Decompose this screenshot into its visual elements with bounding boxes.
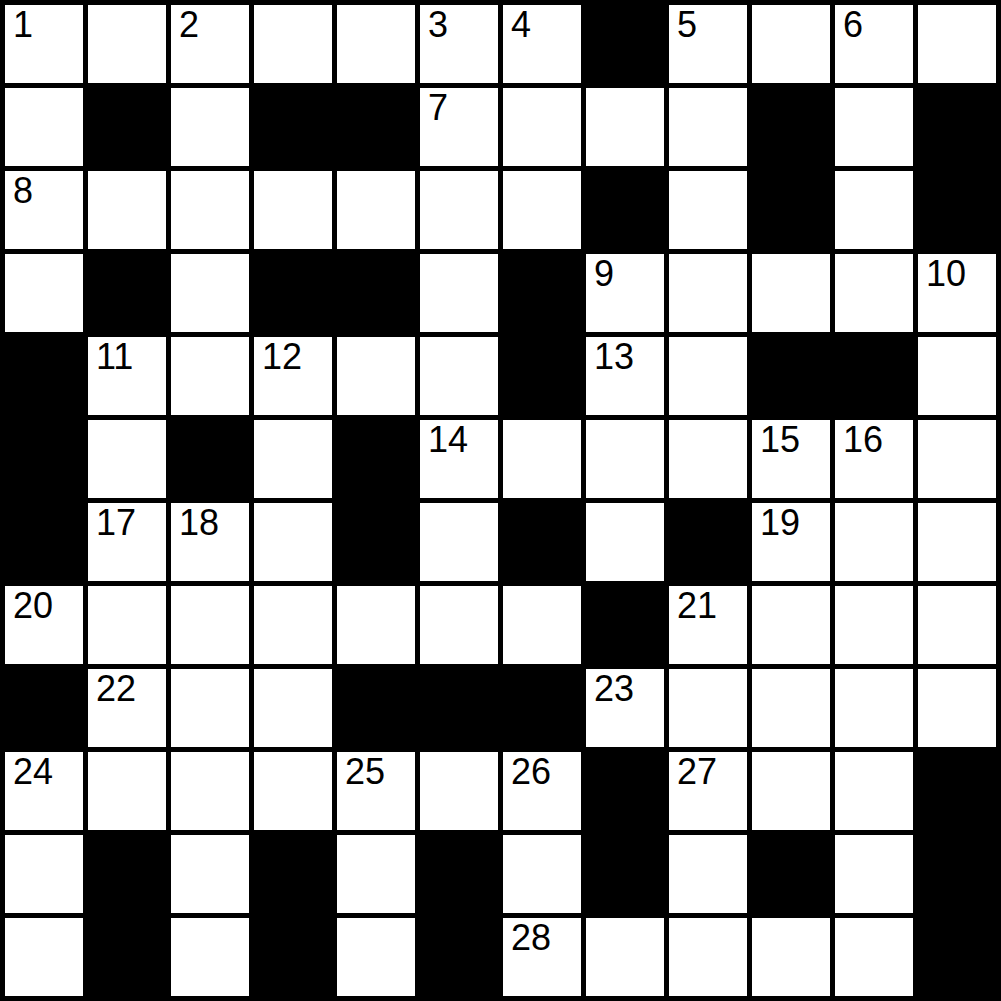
- clue-number: 19: [760, 505, 800, 541]
- black-cell-r5c4: [337, 420, 415, 498]
- clue-number: 9: [594, 256, 614, 292]
- white-cell-r5c11[interactable]: [918, 420, 996, 498]
- white-cell-r1c6[interactable]: [503, 88, 581, 166]
- black-cell-r2c7: [586, 171, 664, 249]
- white-cell-r6c11[interactable]: [918, 503, 996, 581]
- black-cell-r1c11: [918, 88, 996, 166]
- black-cell-r9c11: [918, 752, 996, 830]
- black-cell-r7c7: [586, 586, 664, 664]
- white-cell-r3c5[interactable]: [420, 254, 498, 332]
- clue-number: 25: [345, 754, 385, 790]
- white-cell-r3c8[interactable]: [669, 254, 747, 332]
- black-cell-r10c3: [254, 835, 332, 913]
- white-cell-r3c9[interactable]: [752, 254, 830, 332]
- white-cell-r10c10[interactable]: [835, 835, 913, 913]
- clue-number: 24: [13, 754, 53, 790]
- white-cell-r5c9[interactable]: 15: [752, 420, 830, 498]
- white-cell-r9c10[interactable]: [835, 752, 913, 830]
- white-cell-r11c7[interactable]: [586, 918, 664, 996]
- white-cell-r0c5[interactable]: 3: [420, 5, 498, 83]
- black-cell-r9c7: [586, 752, 664, 830]
- white-cell-r3c2[interactable]: [171, 254, 249, 332]
- white-cell-r1c10[interactable]: [835, 88, 913, 166]
- clue-number: 22: [96, 671, 136, 707]
- white-cell-r5c3[interactable]: [254, 420, 332, 498]
- black-cell-r8c6: [503, 669, 581, 747]
- clue-number: 4: [511, 7, 531, 43]
- white-cell-r6c9[interactable]: 19: [752, 503, 830, 581]
- white-cell-r7c6[interactable]: [503, 586, 581, 664]
- black-cell-r6c0: [5, 503, 83, 581]
- clue-number: 12: [262, 339, 302, 375]
- white-cell-r1c8[interactable]: [669, 88, 747, 166]
- black-cell-r11c5: [420, 918, 498, 996]
- white-cell-r0c3[interactable]: [254, 5, 332, 83]
- clue-number: 10: [926, 256, 966, 292]
- white-cell-r11c9[interactable]: [752, 918, 830, 996]
- black-cell-r1c3: [254, 88, 332, 166]
- white-cell-r8c8[interactable]: [669, 669, 747, 747]
- clue-number: 11: [96, 339, 133, 375]
- white-cell-r10c0[interactable]: [5, 835, 83, 913]
- white-cell-r7c0[interactable]: 20: [5, 586, 83, 664]
- white-cell-r5c8[interactable]: [669, 420, 747, 498]
- clue-number: 21: [677, 588, 717, 624]
- white-cell-r8c1[interactable]: 22: [88, 669, 166, 747]
- clue-number: 26: [511, 754, 551, 790]
- black-cell-r4c9: [752, 337, 830, 415]
- clue-number: 15: [760, 422, 800, 458]
- white-cell-r5c1[interactable]: [88, 420, 166, 498]
- black-cell-r4c0: [5, 337, 83, 415]
- black-cell-r8c4: [337, 669, 415, 747]
- white-cell-r8c11[interactable]: [918, 669, 996, 747]
- white-cell-r0c11[interactable]: [918, 5, 996, 83]
- white-cell-r10c4[interactable]: [337, 835, 415, 913]
- clue-number: 17: [96, 505, 136, 541]
- white-cell-r2c4[interactable]: [337, 171, 415, 249]
- white-cell-r2c0[interactable]: 8: [5, 171, 83, 249]
- white-cell-r7c2[interactable]: [171, 586, 249, 664]
- white-cell-r6c2[interactable]: 18: [171, 503, 249, 581]
- black-cell-r8c5: [420, 669, 498, 747]
- clue-number: 6: [843, 7, 863, 43]
- black-cell-r10c9: [752, 835, 830, 913]
- black-cell-r6c6: [503, 503, 581, 581]
- black-cell-r11c3: [254, 918, 332, 996]
- white-cell-r1c5[interactable]: 7: [420, 88, 498, 166]
- black-cell-r11c1: [88, 918, 166, 996]
- black-cell-r3c1: [88, 254, 166, 332]
- white-cell-r8c7[interactable]: 23: [586, 669, 664, 747]
- white-cell-r9c5[interactable]: [420, 752, 498, 830]
- clue-number: 13: [594, 339, 634, 375]
- clue-number: 16: [843, 422, 883, 458]
- clue-number: 27: [677, 754, 717, 790]
- black-cell-r3c4: [337, 254, 415, 332]
- white-cell-r1c2[interactable]: [171, 88, 249, 166]
- white-cell-r3c7[interactable]: 9: [586, 254, 664, 332]
- clue-number: 20: [13, 588, 53, 624]
- white-cell-r2c10[interactable]: [835, 171, 913, 249]
- clue-number: 2: [179, 7, 199, 43]
- white-cell-r4c4[interactable]: [337, 337, 415, 415]
- white-cell-r7c1[interactable]: [88, 586, 166, 664]
- white-cell-r0c0[interactable]: 1: [5, 5, 83, 83]
- white-cell-r4c2[interactable]: [171, 337, 249, 415]
- white-cell-r1c7[interactable]: [586, 88, 664, 166]
- white-cell-r8c10[interactable]: [835, 669, 913, 747]
- white-cell-r5c7[interactable]: [586, 420, 664, 498]
- white-cell-r6c5[interactable]: [420, 503, 498, 581]
- black-cell-r8c0: [5, 669, 83, 747]
- white-cell-r2c6[interactable]: [503, 171, 581, 249]
- clue-number: 5: [677, 7, 697, 43]
- black-cell-r2c9: [752, 171, 830, 249]
- black-cell-r3c3: [254, 254, 332, 332]
- black-cell-r2c11: [918, 171, 996, 249]
- white-cell-r11c2[interactable]: [171, 918, 249, 996]
- black-cell-r10c5: [420, 835, 498, 913]
- white-cell-r6c7[interactable]: [586, 503, 664, 581]
- black-cell-r1c1: [88, 88, 166, 166]
- clue-number: 14: [428, 422, 468, 458]
- white-cell-r9c0[interactable]: 24: [5, 752, 83, 830]
- white-cell-r6c1[interactable]: 17: [88, 503, 166, 581]
- black-cell-r5c2: [171, 420, 249, 498]
- white-cell-r4c8[interactable]: [669, 337, 747, 415]
- black-cell-r3c6: [503, 254, 581, 332]
- white-cell-r2c5[interactable]: [420, 171, 498, 249]
- white-cell-r3c11[interactable]: 10: [918, 254, 996, 332]
- white-cell-r10c6[interactable]: [503, 835, 581, 913]
- white-cell-r7c4[interactable]: [337, 586, 415, 664]
- white-cell-r0c9[interactable]: [752, 5, 830, 83]
- white-cell-r9c4[interactable]: 25: [337, 752, 415, 830]
- white-cell-r0c10[interactable]: 6: [835, 5, 913, 83]
- black-cell-r11c11: [918, 918, 996, 996]
- white-cell-r0c4[interactable]: [337, 5, 415, 83]
- black-cell-r10c1: [88, 835, 166, 913]
- white-cell-r2c8[interactable]: [669, 171, 747, 249]
- white-cell-r3c0[interactable]: [5, 254, 83, 332]
- clue-number: 18: [179, 505, 219, 541]
- white-cell-r0c1[interactable]: [88, 5, 166, 83]
- white-cell-r7c5[interactable]: [420, 586, 498, 664]
- white-cell-r11c4[interactable]: [337, 918, 415, 996]
- clue-number: 1: [13, 7, 33, 43]
- black-cell-r6c8: [669, 503, 747, 581]
- white-cell-r11c8[interactable]: [669, 918, 747, 996]
- white-cell-r10c8[interactable]: [669, 835, 747, 913]
- white-cell-r8c3[interactable]: [254, 669, 332, 747]
- white-cell-r7c11[interactable]: [918, 586, 996, 664]
- white-cell-r8c2[interactable]: [171, 669, 249, 747]
- white-cell-r8c9[interactable]: [752, 669, 830, 747]
- white-cell-r3c10[interactable]: [835, 254, 913, 332]
- white-cell-r5c6[interactable]: [503, 420, 581, 498]
- white-cell-r10c2[interactable]: [171, 835, 249, 913]
- black-cell-r10c11: [918, 835, 996, 913]
- white-cell-r11c0[interactable]: [5, 918, 83, 996]
- white-cell-r9c3[interactable]: [254, 752, 332, 830]
- white-cell-r9c9[interactable]: [752, 752, 830, 830]
- crossword-board: 1234567891011121314151617181920212223242…: [0, 0, 1001, 1001]
- clue-number: 7: [428, 90, 448, 126]
- white-cell-r9c8[interactable]: 27: [669, 752, 747, 830]
- white-cell-r7c10[interactable]: [835, 586, 913, 664]
- white-cell-r0c6[interactable]: 4: [503, 5, 581, 83]
- white-cell-r7c3[interactable]: [254, 586, 332, 664]
- black-cell-r4c6: [503, 337, 581, 415]
- white-cell-r6c3[interactable]: [254, 503, 332, 581]
- white-cell-r9c1[interactable]: [88, 752, 166, 830]
- white-cell-r6c10[interactable]: [835, 503, 913, 581]
- white-cell-r11c6[interactable]: 28: [503, 918, 581, 996]
- white-cell-r1c0[interactable]: [5, 88, 83, 166]
- white-cell-r2c3[interactable]: [254, 171, 332, 249]
- white-cell-r2c2[interactable]: [171, 171, 249, 249]
- black-cell-r0c7: [586, 5, 664, 83]
- black-cell-r10c7: [586, 835, 664, 913]
- white-cell-r7c9[interactable]: [752, 586, 830, 664]
- white-cell-r11c10[interactable]: [835, 918, 913, 996]
- clue-number: 28: [511, 920, 551, 956]
- black-cell-r1c4: [337, 88, 415, 166]
- clue-number: 3: [428, 7, 448, 43]
- white-cell-r9c6[interactable]: 26: [503, 752, 581, 830]
- white-cell-r5c10[interactable]: 16: [835, 420, 913, 498]
- black-cell-r6c4: [337, 503, 415, 581]
- white-cell-r9c2[interactable]: [171, 752, 249, 830]
- white-cell-r5c5[interactable]: 14: [420, 420, 498, 498]
- clue-number: 8: [13, 173, 33, 209]
- white-cell-r0c8[interactable]: 5: [669, 5, 747, 83]
- white-cell-r4c5[interactable]: [420, 337, 498, 415]
- black-cell-r4c10: [835, 337, 913, 415]
- black-cell-r1c9: [752, 88, 830, 166]
- white-cell-r4c3[interactable]: 12: [254, 337, 332, 415]
- black-cell-r5c0: [5, 420, 83, 498]
- white-cell-r0c2[interactable]: 2: [171, 5, 249, 83]
- white-cell-r4c11[interactable]: [918, 337, 996, 415]
- white-cell-r7c8[interactable]: 21: [669, 586, 747, 664]
- white-cell-r4c1[interactable]: 11: [88, 337, 166, 415]
- clue-number: 23: [594, 671, 634, 707]
- white-cell-r4c7[interactable]: 13: [586, 337, 664, 415]
- white-cell-r2c1[interactable]: [88, 171, 166, 249]
